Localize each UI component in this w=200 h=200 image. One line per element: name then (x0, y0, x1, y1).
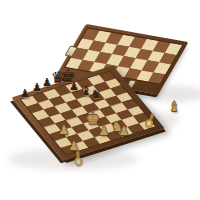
product-photo-chess-set: ♟♟♟♛♚♟♝♞♝♚♟♟♞♟♟ (0, 0, 200, 200)
chess-piece-white-bishop-h4: ♝ (168, 100, 180, 113)
